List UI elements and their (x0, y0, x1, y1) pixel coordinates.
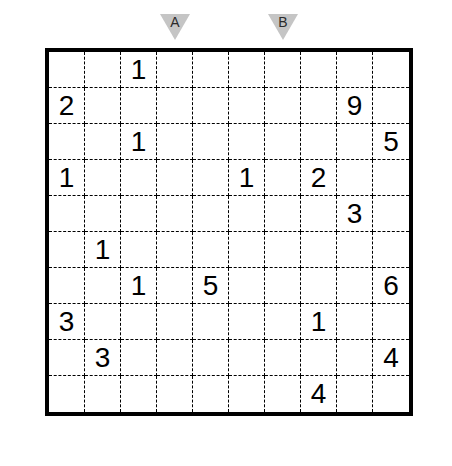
cell-r5c5[interactable] (193, 196, 229, 232)
cell-r2c6[interactable] (229, 88, 265, 124)
cell-r9c9[interactable] (337, 340, 373, 376)
cell-r5c7[interactable] (265, 196, 301, 232)
cell-r1c7[interactable] (265, 52, 301, 88)
cell-r7c9[interactable] (337, 268, 373, 304)
cell-r10c7[interactable] (265, 376, 301, 412)
cell-r6c5[interactable] (193, 232, 229, 268)
cell-r10c10[interactable] (373, 376, 409, 412)
cell-r6c2[interactable]: 1 (85, 232, 121, 268)
cell-r2c9[interactable]: 9 (337, 88, 373, 124)
cell-r4c10[interactable] (373, 160, 409, 196)
cell-r10c3[interactable] (121, 376, 157, 412)
cell-r7c6[interactable] (229, 268, 265, 304)
cell-r1c10[interactable] (373, 52, 409, 88)
puzzle-board: 129151123115631344 (45, 48, 413, 416)
cell-r10c4[interactable] (157, 376, 193, 412)
cell-r4c9[interactable] (337, 160, 373, 196)
cell-r8c2[interactable] (85, 304, 121, 340)
cell-r10c6[interactable] (229, 376, 265, 412)
cell-r1c3[interactable]: 1 (121, 52, 157, 88)
cell-r9c7[interactable] (265, 340, 301, 376)
cell-r7c2[interactable] (85, 268, 121, 304)
puzzle-stage: AB 129151123115631344 (0, 0, 452, 466)
cell-r7c7[interactable] (265, 268, 301, 304)
cell-r9c1[interactable] (49, 340, 85, 376)
cell-r3c2[interactable] (85, 124, 121, 160)
cell-r4c4[interactable] (157, 160, 193, 196)
marker-label: B (268, 15, 298, 30)
cell-r8c7[interactable] (265, 304, 301, 340)
cell-r2c8[interactable] (301, 88, 337, 124)
cell-r1c9[interactable] (337, 52, 373, 88)
cell-r2c5[interactable] (193, 88, 229, 124)
cell-r5c1[interactable] (49, 196, 85, 232)
cell-r1c4[interactable] (157, 52, 193, 88)
cell-r10c9[interactable] (337, 376, 373, 412)
cell-r7c5[interactable]: 5 (193, 268, 229, 304)
column-marker-a: A (160, 14, 190, 40)
cell-r6c6[interactable] (229, 232, 265, 268)
cell-r2c7[interactable] (265, 88, 301, 124)
cell-r4c2[interactable] (85, 160, 121, 196)
cell-r1c8[interactable] (301, 52, 337, 88)
cell-r2c10[interactable] (373, 88, 409, 124)
cell-r5c9[interactable]: 3 (337, 196, 373, 232)
cell-r3c8[interactable] (301, 124, 337, 160)
cell-r3c9[interactable] (337, 124, 373, 160)
cell-r10c2[interactable] (85, 376, 121, 412)
cell-r8c1[interactable]: 3 (49, 304, 85, 340)
cell-r1c2[interactable] (85, 52, 121, 88)
cell-r9c8[interactable] (301, 340, 337, 376)
cell-r5c8[interactable] (301, 196, 337, 232)
cell-r8c9[interactable] (337, 304, 373, 340)
cell-r2c4[interactable] (157, 88, 193, 124)
cell-r6c8[interactable] (301, 232, 337, 268)
cell-r8c3[interactable] (121, 304, 157, 340)
cell-r3c5[interactable] (193, 124, 229, 160)
cell-r9c10[interactable]: 4 (373, 340, 409, 376)
column-marker-b: B (268, 14, 298, 40)
cell-r9c2[interactable]: 3 (85, 340, 121, 376)
cell-r5c10[interactable] (373, 196, 409, 232)
cell-r8c5[interactable] (193, 304, 229, 340)
cell-r7c4[interactable] (157, 268, 193, 304)
cell-r5c6[interactable] (229, 196, 265, 232)
cell-r6c7[interactable] (265, 232, 301, 268)
cell-r3c7[interactable] (265, 124, 301, 160)
cell-r3c6[interactable] (229, 124, 265, 160)
marker-label: A (160, 15, 190, 30)
cell-r10c8[interactable]: 4 (301, 376, 337, 412)
cell-r3c1[interactable] (49, 124, 85, 160)
cell-r4c5[interactable] (193, 160, 229, 196)
cell-r5c2[interactable] (85, 196, 121, 232)
cell-r5c3[interactable] (121, 196, 157, 232)
cell-r3c4[interactable] (157, 124, 193, 160)
cell-r3c3[interactable]: 1 (121, 124, 157, 160)
cell-r5c4[interactable] (157, 196, 193, 232)
cell-r10c1[interactable] (49, 376, 85, 412)
cell-r8c10[interactable] (373, 304, 409, 340)
cell-r1c6[interactable] (229, 52, 265, 88)
cell-r9c5[interactable] (193, 340, 229, 376)
cell-r6c1[interactable] (49, 232, 85, 268)
cell-r10c5[interactable] (193, 376, 229, 412)
cell-r4c6[interactable]: 1 (229, 160, 265, 196)
cell-r9c3[interactable] (121, 340, 157, 376)
cell-r4c8[interactable]: 2 (301, 160, 337, 196)
cell-r7c10[interactable]: 6 (373, 268, 409, 304)
cell-r1c5[interactable] (193, 52, 229, 88)
cell-r2c3[interactable] (121, 88, 157, 124)
cell-r7c3[interactable]: 1 (121, 268, 157, 304)
cell-r2c2[interactable] (85, 88, 121, 124)
cell-r9c4[interactable] (157, 340, 193, 376)
cell-r4c1[interactable]: 1 (49, 160, 85, 196)
cell-r6c4[interactable] (157, 232, 193, 268)
cell-r4c3[interactable] (121, 160, 157, 196)
cell-r4c7[interactable] (265, 160, 301, 196)
cell-r1c1[interactable] (49, 52, 85, 88)
cell-r9c6[interactable] (229, 340, 265, 376)
cell-r6c9[interactable] (337, 232, 373, 268)
cell-r7c8[interactable] (301, 268, 337, 304)
cell-r8c4[interactable] (157, 304, 193, 340)
cell-r6c10[interactable] (373, 232, 409, 268)
cell-r2c1[interactable]: 2 (49, 88, 85, 124)
cell-r3c10[interactable]: 5 (373, 124, 409, 160)
cell-r6c3[interactable] (121, 232, 157, 268)
cell-r7c1[interactable] (49, 268, 85, 304)
cell-r8c6[interactable] (229, 304, 265, 340)
cell-r8c8[interactable]: 1 (301, 304, 337, 340)
